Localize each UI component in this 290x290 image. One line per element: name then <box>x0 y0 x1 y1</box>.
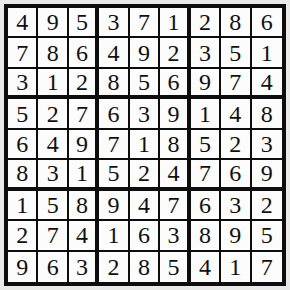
cell-r9c4[interactable]: 2 <box>99 252 129 282</box>
cell-r4c7[interactable]: 1 <box>191 99 221 129</box>
cell-r2c4[interactable]: 4 <box>99 38 129 68</box>
cell-r6c8[interactable]: 6 <box>221 160 251 190</box>
cell-r4c3[interactable]: 7 <box>69 99 99 129</box>
cell-r8c1[interactable]: 2 <box>8 221 38 251</box>
cell-r1c6[interactable]: 1 <box>160 8 190 38</box>
cell-r8c6[interactable]: 3 <box>160 221 190 251</box>
cell-r8c7[interactable]: 8 <box>191 221 221 251</box>
cell-r7c7[interactable]: 6 <box>191 191 221 221</box>
cell-r9c6[interactable]: 5 <box>160 252 190 282</box>
cell-r7c1[interactable]: 1 <box>8 191 38 221</box>
cell-r4c8[interactable]: 4 <box>221 99 251 129</box>
cell-r5c8[interactable]: 2 <box>221 130 251 160</box>
cell-r9c7[interactable]: 4 <box>191 252 221 282</box>
cell-r3c3[interactable]: 2 <box>69 69 99 99</box>
cell-r2c9[interactable]: 1 <box>252 38 282 68</box>
cell-r6c4[interactable]: 5 <box>99 160 129 190</box>
cell-r3c2[interactable]: 1 <box>38 69 68 99</box>
cell-r8c2[interactable]: 7 <box>38 221 68 251</box>
cell-r9c3[interactable]: 3 <box>69 252 99 282</box>
cell-r2c6[interactable]: 2 <box>160 38 190 68</box>
cell-r2c5[interactable]: 9 <box>130 38 160 68</box>
cell-r1c2[interactable]: 9 <box>38 8 68 38</box>
cell-r9c2[interactable]: 6 <box>38 252 68 282</box>
cell-r3c5[interactable]: 5 <box>130 69 160 99</box>
cell-r1c1[interactable]: 4 <box>8 8 38 38</box>
cell-r6c6[interactable]: 4 <box>160 160 190 190</box>
cell-r4c9[interactable]: 8 <box>252 99 282 129</box>
cell-r8c8[interactable]: 9 <box>221 221 251 251</box>
cell-r1c5[interactable]: 7 <box>130 8 160 38</box>
sudoku-board: 4953712867864923513128569745276391486497… <box>4 4 286 286</box>
cell-r5c2[interactable]: 4 <box>38 130 68 160</box>
cell-r2c2[interactable]: 8 <box>38 38 68 68</box>
cell-r3c6[interactable]: 6 <box>160 69 190 99</box>
cell-r7c2[interactable]: 5 <box>38 191 68 221</box>
cell-r4c2[interactable]: 2 <box>38 99 68 129</box>
page-background: 4953712867864923513128569745276391486497… <box>0 0 290 290</box>
cell-r7c8[interactable]: 3 <box>221 191 251 221</box>
cell-r1c8[interactable]: 8 <box>221 8 251 38</box>
cell-r8c9[interactable]: 5 <box>252 221 282 251</box>
cell-r2c1[interactable]: 7 <box>8 38 38 68</box>
cell-r5c7[interactable]: 5 <box>191 130 221 160</box>
cell-r5c4[interactable]: 7 <box>99 130 129 160</box>
cell-r9c1[interactable]: 9 <box>8 252 38 282</box>
cell-r2c8[interactable]: 5 <box>221 38 251 68</box>
cell-r5c5[interactable]: 1 <box>130 130 160 160</box>
cell-r5c1[interactable]: 6 <box>8 130 38 160</box>
cell-r3c9[interactable]: 4 <box>252 69 282 99</box>
cell-r7c5[interactable]: 4 <box>130 191 160 221</box>
cell-r4c5[interactable]: 3 <box>130 99 160 129</box>
cell-r6c1[interactable]: 8 <box>8 160 38 190</box>
cell-r8c3[interactable]: 4 <box>69 221 99 251</box>
cell-r5c9[interactable]: 3 <box>252 130 282 160</box>
cell-r9c8[interactable]: 1 <box>221 252 251 282</box>
cell-r2c7[interactable]: 3 <box>191 38 221 68</box>
cell-r2c3[interactable]: 6 <box>69 38 99 68</box>
cell-r1c7[interactable]: 2 <box>191 8 221 38</box>
cell-r7c4[interactable]: 9 <box>99 191 129 221</box>
cell-r8c4[interactable]: 1 <box>99 221 129 251</box>
cell-r7c9[interactable]: 2 <box>252 191 282 221</box>
cell-r3c1[interactable]: 3 <box>8 69 38 99</box>
cell-r7c3[interactable]: 8 <box>69 191 99 221</box>
cell-r8c5[interactable]: 6 <box>130 221 160 251</box>
cell-r6c9[interactable]: 9 <box>252 160 282 190</box>
cell-r5c6[interactable]: 8 <box>160 130 190 160</box>
cell-r1c9[interactable]: 6 <box>252 8 282 38</box>
cell-r3c8[interactable]: 7 <box>221 69 251 99</box>
cell-r7c6[interactable]: 7 <box>160 191 190 221</box>
cell-r6c5[interactable]: 2 <box>130 160 160 190</box>
cell-r6c2[interactable]: 3 <box>38 160 68 190</box>
cell-r3c4[interactable]: 8 <box>99 69 129 99</box>
cell-r4c1[interactable]: 5 <box>8 99 38 129</box>
cell-r4c4[interactable]: 6 <box>99 99 129 129</box>
cell-r9c9[interactable]: 7 <box>252 252 282 282</box>
cell-r3c7[interactable]: 9 <box>191 69 221 99</box>
cell-r6c3[interactable]: 1 <box>69 160 99 190</box>
cell-r1c3[interactable]: 5 <box>69 8 99 38</box>
cell-r6c7[interactable]: 7 <box>191 160 221 190</box>
cell-r5c3[interactable]: 9 <box>69 130 99 160</box>
cell-r9c5[interactable]: 8 <box>130 252 160 282</box>
cell-r4c6[interactable]: 9 <box>160 99 190 129</box>
cell-r1c4[interactable]: 3 <box>99 8 129 38</box>
